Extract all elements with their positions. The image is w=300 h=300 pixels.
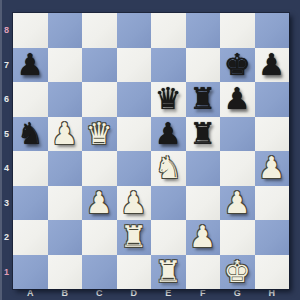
square-e4[interactable]: ♞ <box>151 151 186 186</box>
chess-board: ♟♚♟♛♜♟♞♟♛♟♜♞♟♟♟♟♜♟♜♚ <box>13 13 289 289</box>
file-label-a: A <box>13 288 48 300</box>
square-c4[interactable] <box>82 151 117 186</box>
square-c6[interactable] <box>82 82 117 117</box>
square-h8[interactable] <box>255 13 290 48</box>
file-label-f: F <box>186 288 221 300</box>
square-e2[interactable] <box>151 220 186 255</box>
square-g2[interactable] <box>220 220 255 255</box>
square-b3[interactable] <box>48 186 83 221</box>
square-d5[interactable] <box>117 117 152 152</box>
piece-white-rook-d2[interactable]: ♜ <box>120 220 147 255</box>
piece-white-pawn-g3[interactable]: ♟ <box>224 186 251 221</box>
piece-white-pawn-b5[interactable]: ♟ <box>51 117 78 152</box>
file-label-d: D <box>117 288 152 300</box>
square-h5[interactable] <box>255 117 290 152</box>
piece-black-pawn-e5[interactable]: ♟ <box>155 117 182 152</box>
piece-black-king-g7[interactable]: ♚ <box>224 48 251 83</box>
square-g8[interactable] <box>220 13 255 48</box>
square-e8[interactable] <box>151 13 186 48</box>
square-b4[interactable] <box>48 151 83 186</box>
piece-white-pawn-c3[interactable]: ♟ <box>86 186 113 221</box>
square-g5[interactable] <box>220 117 255 152</box>
square-a4[interactable] <box>13 151 48 186</box>
square-f6[interactable]: ♜ <box>186 82 221 117</box>
square-g1[interactable]: ♚ <box>220 255 255 290</box>
rank-label-3: 3 <box>0 186 13 221</box>
square-a2[interactable] <box>13 220 48 255</box>
piece-white-pawn-d3[interactable]: ♟ <box>120 186 147 221</box>
file-label-e: E <box>151 288 186 300</box>
square-d6[interactable] <box>117 82 152 117</box>
piece-black-pawn-g6[interactable]: ♟ <box>224 82 251 117</box>
square-d4[interactable] <box>117 151 152 186</box>
rank-label-2: 2 <box>0 220 13 255</box>
square-e7[interactable] <box>151 48 186 83</box>
square-f3[interactable] <box>186 186 221 221</box>
piece-white-knight-e4[interactable]: ♞ <box>155 151 182 186</box>
square-b8[interactable] <box>48 13 83 48</box>
square-f7[interactable] <box>186 48 221 83</box>
square-h3[interactable] <box>255 186 290 221</box>
square-b5[interactable]: ♟ <box>48 117 83 152</box>
piece-black-rook-f5[interactable]: ♜ <box>189 117 216 152</box>
square-f4[interactable] <box>186 151 221 186</box>
square-e5[interactable]: ♟ <box>151 117 186 152</box>
square-h4[interactable]: ♟ <box>255 151 290 186</box>
file-label-c: C <box>82 288 117 300</box>
square-d2[interactable]: ♜ <box>117 220 152 255</box>
piece-black-queen-e6[interactable]: ♛ <box>155 82 182 117</box>
square-e1[interactable]: ♜ <box>151 255 186 290</box>
piece-white-pawn-h4[interactable]: ♟ <box>258 151 285 186</box>
square-d7[interactable] <box>117 48 152 83</box>
square-a7[interactable]: ♟ <box>13 48 48 83</box>
square-e6[interactable]: ♛ <box>151 82 186 117</box>
square-c8[interactable] <box>82 13 117 48</box>
rank-labels: 87654321 <box>0 13 13 289</box>
square-f1[interactable] <box>186 255 221 290</box>
square-g7[interactable]: ♚ <box>220 48 255 83</box>
rank-label-4: 4 <box>0 151 13 186</box>
file-label-g: G <box>220 288 255 300</box>
square-c1[interactable] <box>82 255 117 290</box>
square-b7[interactable] <box>48 48 83 83</box>
rank-label-8: 8 <box>0 13 13 48</box>
square-b1[interactable] <box>48 255 83 290</box>
square-d3[interactable]: ♟ <box>117 186 152 221</box>
piece-white-pawn-f2[interactable]: ♟ <box>189 220 216 255</box>
square-h7[interactable]: ♟ <box>255 48 290 83</box>
square-f5[interactable]: ♜ <box>186 117 221 152</box>
square-g3[interactable]: ♟ <box>220 186 255 221</box>
square-f8[interactable] <box>186 13 221 48</box>
square-h6[interactable] <box>255 82 290 117</box>
piece-white-rook-e1[interactable]: ♜ <box>155 255 182 290</box>
piece-white-queen-c5[interactable]: ♛ <box>86 117 113 152</box>
piece-black-knight-a5[interactable]: ♞ <box>17 117 44 152</box>
rank-label-1: 1 <box>0 255 13 290</box>
square-d8[interactable] <box>117 13 152 48</box>
square-a3[interactable] <box>13 186 48 221</box>
square-c5[interactable]: ♛ <box>82 117 117 152</box>
rank-label-7: 7 <box>0 48 13 83</box>
piece-white-king-g1[interactable]: ♚ <box>224 255 251 290</box>
square-e3[interactable] <box>151 186 186 221</box>
square-h2[interactable] <box>255 220 290 255</box>
rank-label-6: 6 <box>0 82 13 117</box>
piece-black-rook-f6[interactable]: ♜ <box>189 82 216 117</box>
square-g4[interactable] <box>220 151 255 186</box>
square-b6[interactable] <box>48 82 83 117</box>
square-a1[interactable] <box>13 255 48 290</box>
file-label-b: B <box>48 288 83 300</box>
square-c7[interactable] <box>82 48 117 83</box>
square-a6[interactable] <box>13 82 48 117</box>
piece-black-pawn-a7[interactable]: ♟ <box>17 48 44 83</box>
square-h1[interactable] <box>255 255 290 290</box>
square-c3[interactable]: ♟ <box>82 186 117 221</box>
square-b2[interactable] <box>48 220 83 255</box>
square-d1[interactable] <box>117 255 152 290</box>
chess-board-frame: 87654321 ABCDEFGH ♟♚♟♛♜♟♞♟♛♟♜♞♟♟♟♟♜♟♜♚ <box>0 0 300 300</box>
file-labels: ABCDEFGH <box>13 288 289 300</box>
square-g6[interactable]: ♟ <box>220 82 255 117</box>
file-label-h: H <box>255 288 290 300</box>
rank-label-5: 5 <box>0 117 13 152</box>
square-a5[interactable]: ♞ <box>13 117 48 152</box>
piece-black-pawn-h7[interactable]: ♟ <box>258 48 285 83</box>
square-f2[interactable]: ♟ <box>186 220 221 255</box>
square-a8[interactable] <box>13 13 48 48</box>
square-c2[interactable] <box>82 220 117 255</box>
